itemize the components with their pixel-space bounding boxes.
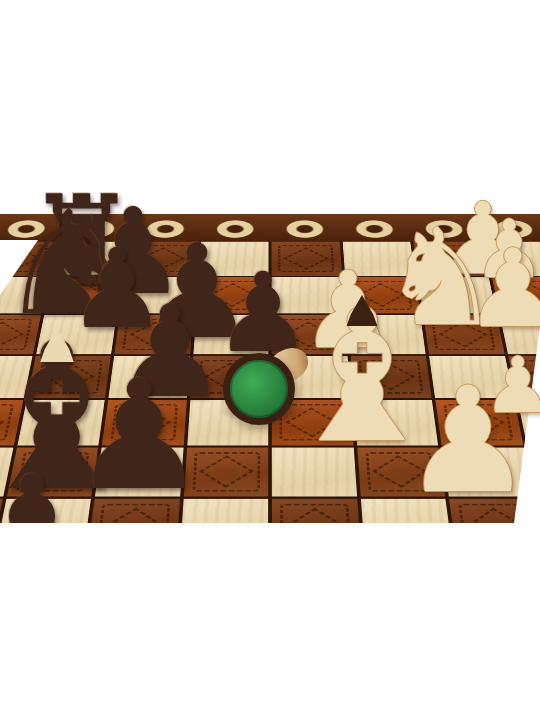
white-pawn-g3: ♟ [403, 367, 534, 513]
white-pawn-h7: ♟ [465, 235, 540, 343]
product-photo-chess-set: Product photo of a wooden chess set on a… [0, 0, 540, 720]
photo-scene: ♟♟♜♟♞♞♟♟♟♟♟♟♟♝♝♟♟♟ [0, 0, 540, 720]
photo-bottom-crop [0, 523, 540, 720]
